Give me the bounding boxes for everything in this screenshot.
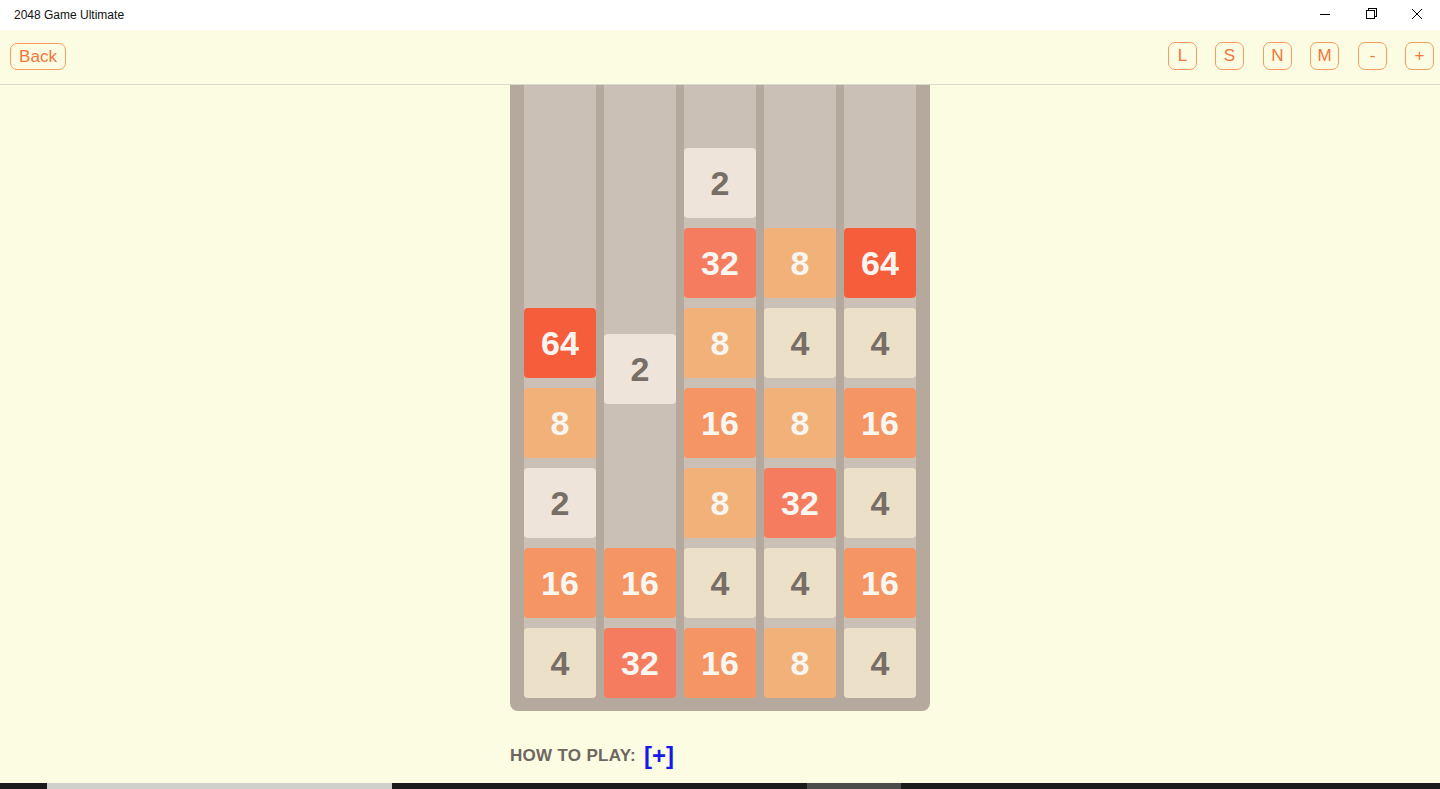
tile-8: 8 <box>684 308 756 378</box>
tile-16: 16 <box>684 388 756 458</box>
tile-2: 2 <box>684 148 756 218</box>
tile-16: 16 <box>844 548 916 618</box>
minimize-button[interactable] <box>1302 0 1348 30</box>
restore-icon <box>1365 6 1378 24</box>
toolbar-button-l[interactable]: L <box>1168 42 1197 70</box>
tile-8: 8 <box>524 388 596 458</box>
tile-16: 16 <box>604 548 676 618</box>
minimize-icon <box>1319 6 1331 24</box>
tile-32: 32 <box>684 228 756 298</box>
close-icon <box>1411 6 1423 24</box>
window-titlebar: 2048 Game Ultimate <box>0 0 1440 30</box>
toolbar-button-m[interactable]: M <box>1310 42 1339 70</box>
tile-16: 16 <box>524 548 596 618</box>
toolbar-button-s[interactable]: S <box>1215 42 1244 70</box>
tile-2: 2 <box>524 468 596 538</box>
tile-16: 16 <box>844 388 916 458</box>
horizontal-scrollbar-track <box>0 783 1440 789</box>
tile-4: 4 <box>684 548 756 618</box>
how-to-play-expand-link[interactable]: [+] <box>644 742 674 770</box>
toolbar-button--[interactable]: - <box>1358 42 1387 70</box>
tile-64: 64 <box>844 228 916 298</box>
tile-4: 4 <box>764 308 836 378</box>
game-board: 23286464844816816283241616441643216842 <box>510 85 930 711</box>
restore-button[interactable] <box>1348 0 1394 30</box>
scrollbar-secondary-segment <box>807 783 901 789</box>
tile-8: 8 <box>764 388 836 458</box>
tile-4: 4 <box>764 548 836 618</box>
tile-32: 32 <box>764 468 836 538</box>
tile-16: 16 <box>684 628 756 698</box>
tile-4: 4 <box>844 468 916 538</box>
toolbar-button-n[interactable]: N <box>1263 42 1292 70</box>
tile-4: 4 <box>844 308 916 378</box>
close-button[interactable] <box>1394 0 1440 30</box>
tile-8: 8 <box>764 628 836 698</box>
window-title: 2048 Game Ultimate <box>14 0 124 30</box>
back-button[interactable]: Back <box>10 43 66 70</box>
tile-8: 8 <box>764 228 836 298</box>
how-to-play-row: HOW TO PLAY: [+] <box>510 740 674 772</box>
toolbar: Back LSNM-+ <box>0 30 1440 85</box>
tile-4: 4 <box>844 628 916 698</box>
tile-64: 64 <box>524 308 596 378</box>
window-controls <box>1302 0 1440 30</box>
tile-4: 4 <box>524 628 596 698</box>
tile-2: 2 <box>604 334 676 404</box>
toolbar-button-+[interactable]: + <box>1405 42 1434 70</box>
how-to-play-label: HOW TO PLAY: <box>510 746 636 766</box>
tile-8: 8 <box>684 468 756 538</box>
horizontal-scrollbar-thumb[interactable] <box>47 783 392 789</box>
tile-32: 32 <box>604 628 676 698</box>
